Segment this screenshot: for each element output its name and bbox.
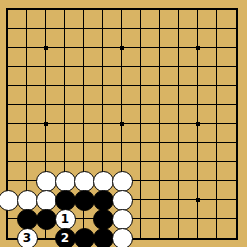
- grid-cell: [141, 124, 160, 143]
- stone-black: [93, 209, 114, 230]
- grid-cell: [103, 48, 122, 67]
- stone-white: [112, 228, 133, 247]
- stone-black-move-2: 2: [55, 228, 76, 247]
- grid-cell: [141, 10, 160, 29]
- grid-cell: [198, 29, 217, 48]
- grid-cell: [198, 181, 217, 200]
- star-point: [196, 46, 200, 50]
- grid-cell: [217, 67, 236, 86]
- grid-cell: [179, 48, 198, 67]
- grid-cell: [141, 200, 160, 219]
- stone-black: [93, 228, 114, 247]
- stone-black: [36, 209, 57, 230]
- stone-black: [74, 190, 95, 211]
- grid-cell: [198, 86, 217, 105]
- grid-cell: [217, 10, 236, 29]
- grid-cell: [198, 124, 217, 143]
- grid-cell: [217, 48, 236, 67]
- stone-white: [17, 190, 38, 211]
- grid-cell: [217, 105, 236, 124]
- stone-white: [0, 190, 19, 211]
- grid-cell: [160, 48, 179, 67]
- go-diagram: 132: [0, 0, 247, 247]
- grid-cell: [217, 86, 236, 105]
- grid-cell: [179, 67, 198, 86]
- move-number-label: 3: [23, 232, 31, 244]
- grid-cell: [65, 67, 84, 86]
- grid-cell: [179, 124, 198, 143]
- grid-cell: [65, 86, 84, 105]
- grid-cell: [65, 10, 84, 29]
- grid-cell: [103, 143, 122, 162]
- grid-cell: [160, 181, 179, 200]
- grid-cell: [179, 219, 198, 238]
- grid-cell: [217, 219, 236, 238]
- star-point: [120, 46, 124, 50]
- grid-cell: [8, 10, 27, 29]
- grid-cell: [65, 48, 84, 67]
- grid-cell: [198, 143, 217, 162]
- grid-cell: [103, 67, 122, 86]
- grid-cell: [141, 67, 160, 86]
- move-number-label: 1: [61, 213, 69, 225]
- grid-cell: [65, 29, 84, 48]
- grid-cell: [103, 86, 122, 105]
- grid-cell: [160, 10, 179, 29]
- grid-cell: [84, 29, 103, 48]
- grid-cell: [179, 143, 198, 162]
- grid-cell: [8, 124, 27, 143]
- grid-cell: [46, 67, 65, 86]
- grid-cell: [141, 29, 160, 48]
- grid-cell: [217, 200, 236, 219]
- grid-cell: [27, 143, 46, 162]
- grid-cell: [84, 105, 103, 124]
- stone-white: [112, 171, 133, 192]
- grid-cell: [198, 105, 217, 124]
- grid-cell: [27, 48, 46, 67]
- grid-cell: [27, 10, 46, 29]
- star-point: [120, 122, 124, 126]
- grid-cell: [8, 162, 27, 181]
- stone-black: [55, 190, 76, 211]
- grid-cell: [160, 105, 179, 124]
- stone-white: [36, 190, 57, 211]
- grid-cell: [217, 143, 236, 162]
- grid-cell: [27, 86, 46, 105]
- grid-cell: [46, 143, 65, 162]
- grid-cell: [160, 67, 179, 86]
- grid-cell: [103, 124, 122, 143]
- stone-black: [93, 190, 114, 211]
- grid-cell: [217, 124, 236, 143]
- grid-cell: [65, 124, 84, 143]
- grid-cell: [122, 86, 141, 105]
- grid-cell: [46, 124, 65, 143]
- star-point: [44, 46, 48, 50]
- grid-cell: [141, 105, 160, 124]
- grid-cell: [8, 105, 27, 124]
- grid-cell: [122, 29, 141, 48]
- grid-cell: [141, 48, 160, 67]
- stone-black: [74, 228, 95, 247]
- grid-cell: [217, 29, 236, 48]
- grid-cell: [198, 67, 217, 86]
- stone-white: [93, 171, 114, 192]
- grid-cell: [122, 105, 141, 124]
- grid-cell: [103, 10, 122, 29]
- grid-cell: [8, 143, 27, 162]
- stone-white-move-1: 1: [55, 209, 76, 230]
- grid-cell: [160, 143, 179, 162]
- grid-cell: [8, 67, 27, 86]
- grid-cell: [141, 86, 160, 105]
- grid-cell: [160, 86, 179, 105]
- grid-cell: [160, 29, 179, 48]
- grid-cell: [84, 48, 103, 67]
- grid-cell: [84, 67, 103, 86]
- grid-cell: [65, 105, 84, 124]
- stone-white: [112, 190, 133, 211]
- grid-cell: [179, 162, 198, 181]
- grid-cell: [198, 10, 217, 29]
- grid-cell: [198, 219, 217, 238]
- grid-cell: [141, 219, 160, 238]
- stone-white-move-3: 3: [17, 228, 38, 247]
- grid-cell: [160, 219, 179, 238]
- star-point: [196, 122, 200, 126]
- grid-cell: [46, 29, 65, 48]
- grid-cell: [8, 86, 27, 105]
- grid-cell: [217, 181, 236, 200]
- grid-cell: [84, 124, 103, 143]
- grid-cell: [122, 48, 141, 67]
- grid-cell: [27, 124, 46, 143]
- grid-cell: [122, 67, 141, 86]
- stone-black: [17, 209, 38, 230]
- grid-cell: [141, 162, 160, 181]
- grid-cell: [122, 124, 141, 143]
- move-number-label: 2: [61, 232, 69, 244]
- grid-cell: [141, 181, 160, 200]
- grid-cell: [198, 200, 217, 219]
- stone-white: [36, 171, 57, 192]
- grid-cell: [46, 86, 65, 105]
- grid-cell: [84, 10, 103, 29]
- star-point: [44, 122, 48, 126]
- grid-cell: [122, 10, 141, 29]
- stone-white: [74, 171, 95, 192]
- grid-cell: [65, 143, 84, 162]
- grid-cell: [46, 48, 65, 67]
- stone-white: [112, 209, 133, 230]
- grid-cell: [179, 86, 198, 105]
- grid-cell: [179, 200, 198, 219]
- grid-cell: [27, 67, 46, 86]
- grid-cell: [198, 162, 217, 181]
- grid-cell: [84, 143, 103, 162]
- grid-cell: [46, 10, 65, 29]
- grid-cell: [46, 105, 65, 124]
- grid-cell: [217, 162, 236, 181]
- grid-cell: [160, 124, 179, 143]
- grid-cell: [160, 162, 179, 181]
- grid-cell: [179, 10, 198, 29]
- grid-cell: [160, 200, 179, 219]
- grid-cell: [141, 143, 160, 162]
- star-point: [196, 198, 200, 202]
- grid-cell: [8, 48, 27, 67]
- stone-white: [55, 171, 76, 192]
- grid-cell: [198, 48, 217, 67]
- grid-cell: [84, 86, 103, 105]
- grid-cell: [122, 143, 141, 162]
- grid-cell: [8, 29, 27, 48]
